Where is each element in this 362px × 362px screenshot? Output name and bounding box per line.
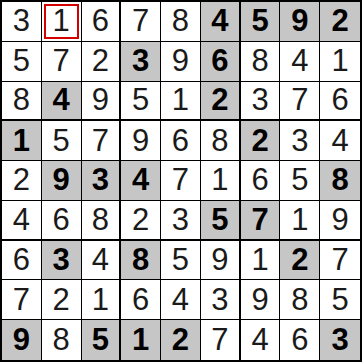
cell-r1c5[interactable]: 8 (161, 2, 201, 42)
cell-r9c9[interactable]: 3 (320, 320, 360, 360)
cell-r6c1[interactable]: 4 (2, 201, 42, 241)
cell-r4c2[interactable]: 5 (42, 121, 82, 161)
cell-r9c6[interactable]: 7 (201, 320, 241, 360)
cell-r8c6[interactable]: 3 (201, 280, 241, 320)
cell-r2c2[interactable]: 7 (42, 42, 82, 82)
cell-r4c3[interactable]: 7 (82, 121, 122, 161)
cell-r9c2[interactable]: 8 (42, 320, 82, 360)
cell-r7c8[interactable]: 2 (280, 241, 320, 281)
cell-r5c6[interactable]: 1 (201, 161, 241, 201)
cell-r7c7[interactable]: 1 (241, 241, 281, 281)
cell-r1c4[interactable]: 7 (121, 2, 161, 42)
cell-r9c1[interactable]: 9 (2, 320, 42, 360)
sudoku-board: 3167845925723968418495123761579682342934… (0, 0, 362, 362)
cell-r3c7[interactable]: 3 (241, 82, 281, 122)
cell-r7c9[interactable]: 7 (320, 241, 360, 281)
cell-r4c5[interactable]: 6 (161, 121, 201, 161)
selection-cursor (44, 4, 79, 39)
cell-r9c3[interactable]: 5 (82, 320, 122, 360)
cell-r6c7[interactable]: 7 (241, 201, 281, 241)
cell-r4c7[interactable]: 2 (241, 121, 281, 161)
cell-r9c8[interactable]: 6 (280, 320, 320, 360)
cell-r4c9[interactable]: 4 (320, 121, 360, 161)
cell-r1c9[interactable]: 2 (320, 2, 360, 42)
cell-r5c3[interactable]: 3 (82, 161, 122, 201)
cell-r7c3[interactable]: 4 (82, 241, 122, 281)
cell-r5c2[interactable]: 9 (42, 161, 82, 201)
cell-r3c5[interactable]: 1 (161, 82, 201, 122)
cell-r9c7[interactable]: 4 (241, 320, 281, 360)
cell-r3c1[interactable]: 8 (2, 82, 42, 122)
cell-r4c4[interactable]: 9 (121, 121, 161, 161)
cell-r6c4[interactable]: 2 (121, 201, 161, 241)
cell-r3c8[interactable]: 7 (280, 82, 320, 122)
cell-r5c4[interactable]: 4 (121, 161, 161, 201)
cell-r5c7[interactable]: 6 (241, 161, 281, 201)
cell-r8c9[interactable]: 5 (320, 280, 360, 320)
cell-r1c6[interactable]: 4 (201, 2, 241, 42)
cell-r3c4[interactable]: 5 (121, 82, 161, 122)
cell-r7c1[interactable]: 6 (2, 241, 42, 281)
cell-r8c5[interactable]: 4 (161, 280, 201, 320)
cell-r3c9[interactable]: 6 (320, 82, 360, 122)
cell-r4c8[interactable]: 3 (280, 121, 320, 161)
cell-r3c2[interactable]: 4 (42, 82, 82, 122)
cell-r6c6[interactable]: 5 (201, 201, 241, 241)
cell-r9c5[interactable]: 2 (161, 320, 201, 360)
cell-r5c9[interactable]: 8 (320, 161, 360, 201)
cell-r8c7[interactable]: 9 (241, 280, 281, 320)
cell-r2c7[interactable]: 8 (241, 42, 281, 82)
cell-r2c9[interactable]: 1 (320, 42, 360, 82)
cell-r7c2[interactable]: 3 (42, 241, 82, 281)
cell-r1c3[interactable]: 6 (82, 2, 122, 42)
cell-r3c6[interactable]: 2 (201, 82, 241, 122)
cell-r1c2[interactable]: 1 (42, 2, 82, 42)
cell-r4c6[interactable]: 8 (201, 121, 241, 161)
cell-r5c5[interactable]: 7 (161, 161, 201, 201)
cell-r2c1[interactable]: 5 (2, 42, 42, 82)
cell-r8c2[interactable]: 2 (42, 280, 82, 320)
cell-r6c8[interactable]: 1 (280, 201, 320, 241)
cell-r2c8[interactable]: 4 (280, 42, 320, 82)
cell-r8c8[interactable]: 8 (280, 280, 320, 320)
cell-r8c3[interactable]: 1 (82, 280, 122, 320)
cell-r6c9[interactable]: 9 (320, 201, 360, 241)
cell-r4c1[interactable]: 1 (2, 121, 42, 161)
cell-r1c8[interactable]: 9 (280, 2, 320, 42)
cell-r7c4[interactable]: 8 (121, 241, 161, 281)
cell-r8c1[interactable]: 7 (2, 280, 42, 320)
cell-r2c6[interactable]: 6 (201, 42, 241, 82)
cell-r7c6[interactable]: 9 (201, 241, 241, 281)
cell-r2c5[interactable]: 9 (161, 42, 201, 82)
cell-r6c5[interactable]: 3 (161, 201, 201, 241)
cell-r5c1[interactable]: 2 (2, 161, 42, 201)
cell-r5c8[interactable]: 5 (280, 161, 320, 201)
cell-r8c4[interactable]: 6 (121, 280, 161, 320)
cell-r9c4[interactable]: 1 (121, 320, 161, 360)
cell-r6c2[interactable]: 6 (42, 201, 82, 241)
cell-r7c5[interactable]: 5 (161, 241, 201, 281)
cell-r3c3[interactable]: 9 (82, 82, 122, 122)
cell-r2c3[interactable]: 2 (82, 42, 122, 82)
cell-r2c4[interactable]: 3 (121, 42, 161, 82)
cell-r6c3[interactable]: 8 (82, 201, 122, 241)
cell-r1c1[interactable]: 3 (2, 2, 42, 42)
cell-r1c7[interactable]: 5 (241, 2, 281, 42)
